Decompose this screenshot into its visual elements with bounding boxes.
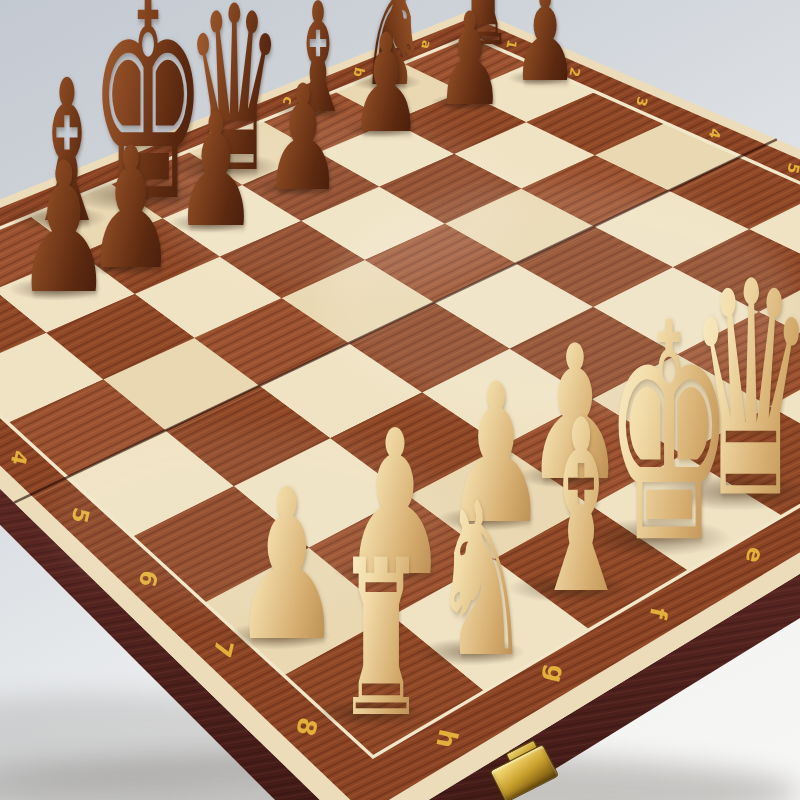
surface-sheen-3 bbox=[50, 430, 450, 610]
surface-sheen-2 bbox=[160, 120, 520, 290]
chess-board-3d: aabbccddeeffgghh1122334455667788 bbox=[0, 0, 800, 800]
chess-set-photo: aabbccddeeffgghh1122334455667788 ♜♟♞♟♝♟♛… bbox=[0, 0, 800, 800]
